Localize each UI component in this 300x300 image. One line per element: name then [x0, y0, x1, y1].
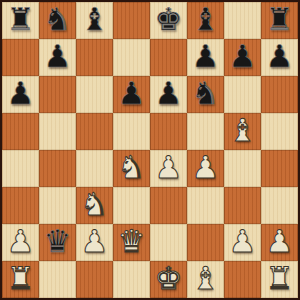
square-c3[interactable]: ♞ [76, 187, 113, 224]
square-a4[interactable] [2, 150, 39, 187]
square-e6[interactable]: ♟ [150, 76, 187, 113]
square-b6[interactable] [39, 76, 76, 113]
chess-board: ♜♞♝♚♝♜♟♟♟♟♟♟♟♞♝♞♟♟♞♟♛♟♛♟♟♜♚♝♜ [0, 0, 300, 300]
square-e2[interactable] [150, 224, 187, 261]
black-knight[interactable]: ♞ [192, 78, 220, 109]
square-f2[interactable] [187, 224, 224, 261]
square-c1[interactable] [76, 261, 113, 298]
square-a7[interactable] [2, 39, 39, 76]
square-b7[interactable]: ♟ [39, 39, 76, 76]
white-pawn[interactable]: ♟ [229, 226, 257, 257]
white-pawn[interactable]: ♟ [7, 226, 35, 257]
square-h4[interactable] [261, 150, 298, 187]
square-h6[interactable] [261, 76, 298, 113]
square-a2[interactable]: ♟ [2, 224, 39, 261]
square-b2[interactable]: ♛ [39, 224, 76, 261]
white-rook[interactable]: ♜ [266, 263, 294, 294]
black-pawn[interactable]: ♟ [155, 78, 183, 109]
square-f3[interactable] [187, 187, 224, 224]
white-bishop[interactable]: ♝ [192, 263, 220, 294]
white-knight[interactable]: ♞ [81, 189, 109, 220]
black-pawn[interactable]: ♟ [44, 41, 72, 72]
white-pawn[interactable]: ♟ [155, 152, 183, 183]
square-d5[interactable] [113, 113, 150, 150]
black-knight[interactable]: ♞ [44, 4, 72, 35]
square-h5[interactable] [261, 113, 298, 150]
square-d3[interactable] [113, 187, 150, 224]
square-e1[interactable]: ♚ [150, 261, 187, 298]
square-f7[interactable]: ♟ [187, 39, 224, 76]
square-b3[interactable] [39, 187, 76, 224]
square-f1[interactable]: ♝ [187, 261, 224, 298]
square-c4[interactable] [76, 150, 113, 187]
white-rook[interactable]: ♜ [7, 263, 35, 294]
black-pawn[interactable]: ♟ [7, 78, 35, 109]
square-e5[interactable] [150, 113, 187, 150]
square-g4[interactable] [224, 150, 261, 187]
square-h2[interactable]: ♟ [261, 224, 298, 261]
square-g1[interactable] [224, 261, 261, 298]
square-h3[interactable] [261, 187, 298, 224]
square-c8[interactable]: ♝ [76, 2, 113, 39]
black-bishop[interactable]: ♝ [81, 4, 109, 35]
square-e8[interactable]: ♚ [150, 2, 187, 39]
square-c2[interactable]: ♟ [76, 224, 113, 261]
square-h8[interactable]: ♜ [261, 2, 298, 39]
square-d1[interactable] [113, 261, 150, 298]
square-g6[interactable] [224, 76, 261, 113]
black-king[interactable]: ♚ [155, 4, 183, 35]
black-rook[interactable]: ♜ [266, 4, 294, 35]
white-queen[interactable]: ♛ [118, 226, 146, 257]
black-pawn[interactable]: ♟ [229, 41, 257, 72]
black-pawn[interactable]: ♟ [266, 41, 294, 72]
square-b1[interactable] [39, 261, 76, 298]
black-pawn[interactable]: ♟ [192, 41, 220, 72]
square-b4[interactable] [39, 150, 76, 187]
square-g2[interactable]: ♟ [224, 224, 261, 261]
square-d4[interactable]: ♞ [113, 150, 150, 187]
white-pawn[interactable]: ♟ [192, 152, 220, 183]
square-h7[interactable]: ♟ [261, 39, 298, 76]
white-bishop[interactable]: ♝ [229, 115, 257, 146]
square-e7[interactable] [150, 39, 187, 76]
square-d7[interactable] [113, 39, 150, 76]
square-f8[interactable]: ♝ [187, 2, 224, 39]
square-b5[interactable] [39, 113, 76, 150]
square-g5[interactable]: ♝ [224, 113, 261, 150]
square-a5[interactable] [2, 113, 39, 150]
square-g8[interactable] [224, 2, 261, 39]
white-pawn[interactable]: ♟ [266, 226, 294, 257]
square-d8[interactable] [113, 2, 150, 39]
white-king[interactable]: ♚ [155, 263, 183, 294]
square-b8[interactable]: ♞ [39, 2, 76, 39]
square-e3[interactable] [150, 187, 187, 224]
square-c5[interactable] [76, 113, 113, 150]
white-knight[interactable]: ♞ [118, 152, 146, 183]
square-a1[interactable]: ♜ [2, 261, 39, 298]
square-c7[interactable] [76, 39, 113, 76]
black-queen[interactable]: ♛ [44, 226, 72, 257]
square-f4[interactable]: ♟ [187, 150, 224, 187]
square-e4[interactable]: ♟ [150, 150, 187, 187]
square-a3[interactable] [2, 187, 39, 224]
black-bishop[interactable]: ♝ [192, 4, 220, 35]
black-pawn[interactable]: ♟ [118, 78, 146, 109]
square-f6[interactable]: ♞ [187, 76, 224, 113]
square-a8[interactable]: ♜ [2, 2, 39, 39]
square-g7[interactable]: ♟ [224, 39, 261, 76]
square-f5[interactable] [187, 113, 224, 150]
square-c6[interactable] [76, 76, 113, 113]
square-a6[interactable]: ♟ [2, 76, 39, 113]
square-d6[interactable]: ♟ [113, 76, 150, 113]
white-pawn[interactable]: ♟ [81, 226, 109, 257]
square-g3[interactable] [224, 187, 261, 224]
square-h1[interactable]: ♜ [261, 261, 298, 298]
black-rook[interactable]: ♜ [7, 4, 35, 35]
square-d2[interactable]: ♛ [113, 224, 150, 261]
